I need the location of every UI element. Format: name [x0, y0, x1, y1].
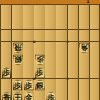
piece-kanji: 飛 — [14, 44, 22, 52]
piece-kanji: 歩 — [47, 93, 55, 100]
piece-8g[interactable]: 歩 — [13, 79, 23, 90]
piece-2d[interactable]: 角 — [79, 43, 89, 54]
piece-7g[interactable]: 歩 — [24, 79, 34, 90]
piece-7h[interactable]: 金 — [24, 92, 34, 100]
piece-9h[interactable]: 香 — [2, 92, 12, 100]
piece-6e[interactable]: 歩 — [35, 55, 45, 66]
piece-8h[interactable]: 王 — [13, 92, 23, 100]
piece-kanji: 歩 — [25, 81, 33, 89]
piece-5h[interactable]: 歩 — [46, 92, 56, 100]
piece-9f[interactable]: 歩 — [2, 67, 12, 78]
piece-kanji: 銀 — [14, 57, 22, 65]
piece-kanji: 歩 — [3, 69, 11, 77]
star-point — [33, 41, 36, 44]
piece-6f[interactable]: 歩 — [35, 67, 45, 78]
piece-kanji: 香 — [3, 93, 11, 100]
shogi-board[interactable]: 飛角銀歩歩歩歩歩銀香王金歩 — [0, 4, 100, 100]
piece-kanji: 王 — [14, 93, 22, 100]
piece-kanji: 歩 — [14, 81, 22, 89]
piece-kanji: 歩 — [36, 69, 44, 77]
piece-6g[interactable]: 銀 — [35, 79, 45, 90]
star-point — [66, 41, 69, 44]
star-point — [66, 78, 69, 81]
piece-kanji: 歩 — [36, 57, 44, 65]
piece-kanji: 角 — [81, 44, 89, 52]
piece-kanji: 銀 — [36, 81, 44, 89]
piece-kanji: 金 — [25, 93, 33, 100]
piece-8d[interactable]: 飛 — [13, 43, 23, 54]
piece-8e[interactable]: 銀 — [13, 55, 23, 66]
shogi-app-screen: 1 飛角銀歩歩歩歩歩銀香王金歩 — [0, 0, 100, 100]
